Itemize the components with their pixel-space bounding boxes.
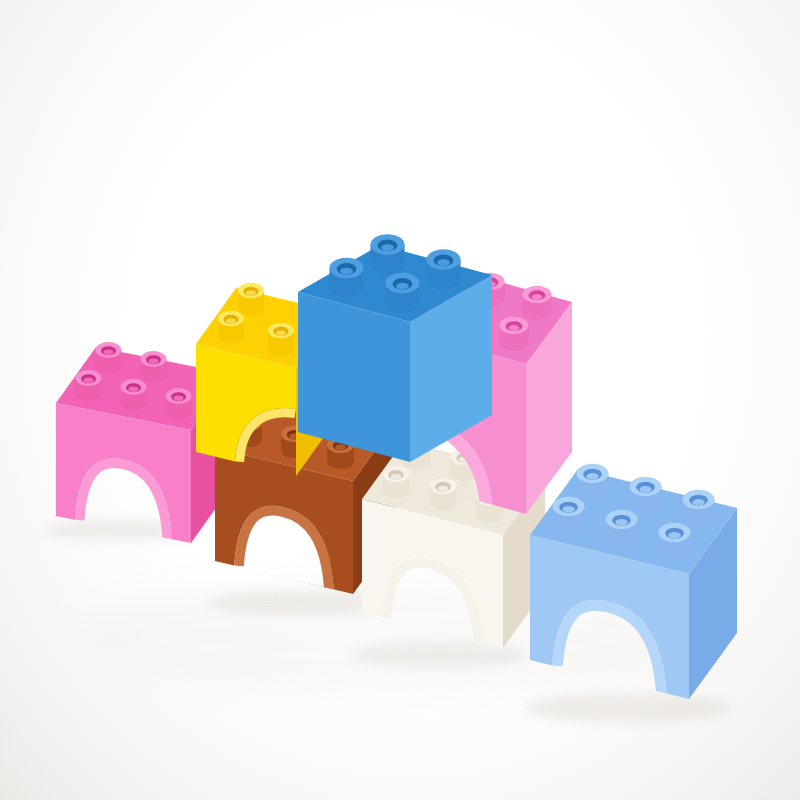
stud bbox=[268, 323, 294, 356]
stud bbox=[659, 523, 691, 561]
stud bbox=[386, 273, 420, 313]
stud bbox=[427, 249, 461, 289]
stud bbox=[553, 497, 585, 535]
stud bbox=[76, 370, 102, 401]
stud bbox=[330, 258, 364, 298]
stud bbox=[371, 234, 405, 274]
stud bbox=[630, 477, 662, 515]
stud bbox=[141, 351, 167, 382]
stud bbox=[121, 379, 147, 410]
stud bbox=[238, 283, 264, 316]
stud bbox=[523, 286, 552, 320]
stud bbox=[218, 311, 244, 344]
stud bbox=[96, 342, 122, 373]
duplo-bricks-photo bbox=[0, 0, 800, 800]
stud bbox=[383, 466, 410, 499]
stud bbox=[430, 478, 457, 511]
stud bbox=[500, 317, 529, 351]
stud bbox=[683, 490, 715, 528]
stud bbox=[606, 510, 638, 548]
stud bbox=[577, 464, 609, 502]
stud bbox=[166, 388, 192, 419]
photo-background bbox=[0, 0, 800, 800]
brick-azure-brick bbox=[298, 234, 492, 462]
